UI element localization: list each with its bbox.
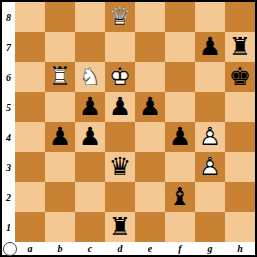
square-c8[interactable] (75, 2, 105, 32)
square-g1[interactable] (195, 212, 225, 242)
chess-board: ♛♕♟♜♜♖♞♘♚♔♚♟♟♟♟♟♟♟♙♛♟♙♝♜ (15, 2, 255, 242)
square-b6[interactable]: ♜♖ (45, 62, 75, 92)
square-b3[interactable] (45, 152, 75, 182)
square-f6[interactable] (165, 62, 195, 92)
square-d8[interactable]: ♛♕ (105, 2, 135, 32)
square-f7[interactable] (165, 32, 195, 62)
square-a4[interactable] (15, 122, 45, 152)
square-h8[interactable] (225, 2, 255, 32)
black-rook[interactable]: ♜ (105, 212, 135, 242)
square-e7[interactable] (135, 32, 165, 62)
rank-labels: 87654321 (2, 2, 15, 242)
rank-label-6: 6 (2, 62, 15, 92)
square-e1[interactable] (135, 212, 165, 242)
file-labels: abcdefgh (15, 242, 255, 255)
white-rook[interactable]: ♖ (45, 62, 75, 92)
rank-label-3: 3 (2, 152, 15, 182)
square-h3[interactable] (225, 152, 255, 182)
square-c7[interactable] (75, 32, 105, 62)
black-rook[interactable]: ♜ (225, 32, 255, 62)
square-b4[interactable]: ♟ (45, 122, 75, 152)
square-a1[interactable] (15, 212, 45, 242)
square-d5[interactable]: ♟ (105, 92, 135, 122)
square-d6[interactable]: ♚♔ (105, 62, 135, 92)
square-h7[interactable]: ♜ (225, 32, 255, 62)
square-a2[interactable] (15, 182, 45, 212)
square-h5[interactable] (225, 92, 255, 122)
square-h4[interactable] (225, 122, 255, 152)
square-f3[interactable] (165, 152, 195, 182)
file-label-e: e (135, 242, 165, 255)
file-label-a: a (15, 242, 45, 255)
square-f2[interactable]: ♝ (165, 182, 195, 212)
square-g7[interactable]: ♟ (195, 32, 225, 62)
square-d3[interactable]: ♛ (105, 152, 135, 182)
square-a5[interactable] (15, 92, 45, 122)
square-e6[interactable] (135, 62, 165, 92)
square-g3[interactable]: ♟♙ (195, 152, 225, 182)
square-c4[interactable]: ♟ (75, 122, 105, 152)
square-a6[interactable] (15, 62, 45, 92)
square-g4[interactable]: ♟♙ (195, 122, 225, 152)
chess-board-diagram: ♛♕♟♜♜♖♞♘♚♔♚♟♟♟♟♟♟♟♙♛♟♙♝♜ 87654321 abcdef… (0, 0, 257, 257)
square-h2[interactable] (225, 182, 255, 212)
square-e3[interactable] (135, 152, 165, 182)
square-d1[interactable]: ♜ (105, 212, 135, 242)
file-label-c: c (75, 242, 105, 255)
black-pawn[interactable]: ♟ (45, 122, 75, 152)
square-d7[interactable] (105, 32, 135, 62)
black-bishop[interactable]: ♝ (165, 182, 195, 212)
square-g6[interactable] (195, 62, 225, 92)
square-h6[interactable]: ♚ (225, 62, 255, 92)
black-pawn[interactable]: ♟ (75, 122, 105, 152)
square-e5[interactable]: ♟ (135, 92, 165, 122)
black-pawn[interactable]: ♟ (105, 92, 135, 122)
square-f1[interactable] (165, 212, 195, 242)
white-queen[interactable]: ♕ (105, 2, 135, 32)
rank-label-2: 2 (2, 182, 15, 212)
square-g8[interactable] (195, 2, 225, 32)
rank-label-8: 8 (2, 2, 15, 32)
black-pawn[interactable]: ♟ (165, 122, 195, 152)
file-label-h: h (225, 242, 255, 255)
square-b7[interactable] (45, 32, 75, 62)
black-pawn[interactable]: ♟ (195, 32, 225, 62)
square-c2[interactable] (75, 182, 105, 212)
square-h1[interactable] (225, 212, 255, 242)
white-to-move-indicator (3, 242, 17, 256)
black-queen[interactable]: ♛ (105, 152, 135, 182)
square-c5[interactable]: ♟ (75, 92, 105, 122)
square-b5[interactable] (45, 92, 75, 122)
black-pawn[interactable]: ♟ (75, 92, 105, 122)
file-label-f: f (165, 242, 195, 255)
square-b8[interactable] (45, 2, 75, 32)
square-f5[interactable] (165, 92, 195, 122)
file-label-g: g (195, 242, 225, 255)
square-d2[interactable] (105, 182, 135, 212)
black-king[interactable]: ♚ (225, 62, 255, 92)
square-b2[interactable] (45, 182, 75, 212)
square-a3[interactable] (15, 152, 45, 182)
square-g2[interactable] (195, 182, 225, 212)
rank-label-7: 7 (2, 32, 15, 62)
square-c3[interactable] (75, 152, 105, 182)
white-king[interactable]: ♔ (105, 62, 135, 92)
file-label-b: b (45, 242, 75, 255)
square-f4[interactable]: ♟ (165, 122, 195, 152)
square-g5[interactable] (195, 92, 225, 122)
square-a7[interactable] (15, 32, 45, 62)
square-d4[interactable] (105, 122, 135, 152)
white-pawn[interactable]: ♙ (195, 122, 225, 152)
square-e4[interactable] (135, 122, 165, 152)
black-pawn[interactable]: ♟ (135, 92, 165, 122)
square-e2[interactable] (135, 182, 165, 212)
rank-label-5: 5 (2, 92, 15, 122)
square-f8[interactable] (165, 2, 195, 32)
file-label-d: d (105, 242, 135, 255)
square-c6[interactable]: ♞♘ (75, 62, 105, 92)
white-knight[interactable]: ♘ (75, 62, 105, 92)
square-a8[interactable] (15, 2, 45, 32)
square-b1[interactable] (45, 212, 75, 242)
white-pawn[interactable]: ♙ (195, 152, 225, 182)
rank-label-4: 4 (2, 122, 15, 152)
rank-label-1: 1 (2, 212, 15, 242)
square-e8[interactable] (135, 2, 165, 32)
square-c1[interactable] (75, 212, 105, 242)
